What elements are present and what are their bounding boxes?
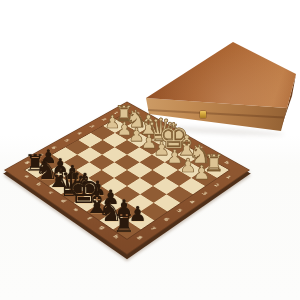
chess-board: aabbccddeeffgghh1122334455667788	[4, 102, 250, 255]
board-wrapper: aabbccddeeffgghh1122334455667788	[0, 0, 300, 300]
product-photo-stage: aabbccddeeffgghh1122334455667788 ♜♞♝♛♚♝♞…	[0, 0, 300, 300]
board-grid	[25, 112, 229, 238]
